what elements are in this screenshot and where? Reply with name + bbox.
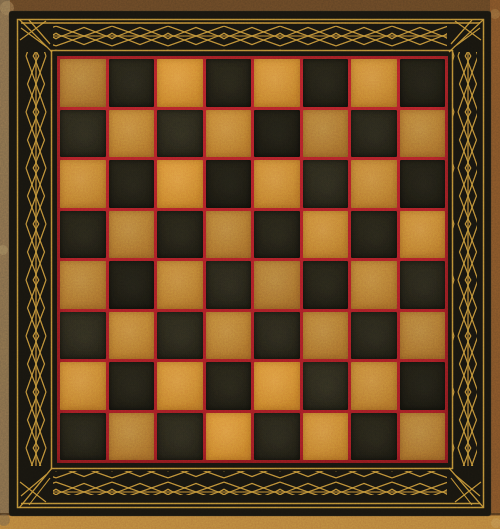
- square-h4[interactable]: [400, 261, 446, 309]
- square-f1[interactable]: [303, 413, 349, 461]
- square-a6[interactable]: [60, 160, 106, 208]
- square-e8[interactable]: [254, 59, 300, 107]
- square-h1[interactable]: [400, 413, 446, 461]
- square-b3[interactable]: [109, 312, 155, 360]
- square-c1[interactable]: [157, 413, 203, 461]
- square-h6[interactable]: [400, 160, 446, 208]
- square-f8[interactable]: [303, 59, 349, 107]
- square-h8[interactable]: [400, 59, 446, 107]
- square-d7[interactable]: [206, 110, 252, 158]
- square-d8[interactable]: [206, 59, 252, 107]
- square-f6[interactable]: [303, 160, 349, 208]
- square-c3[interactable]: [157, 312, 203, 360]
- square-a5[interactable]: [60, 211, 106, 259]
- square-b4[interactable]: [109, 261, 155, 309]
- square-b7[interactable]: [109, 110, 155, 158]
- square-b2[interactable]: [109, 362, 155, 410]
- square-g1[interactable]: [351, 413, 397, 461]
- square-g6[interactable]: [351, 160, 397, 208]
- square-d6[interactable]: [206, 160, 252, 208]
- square-c8[interactable]: [157, 59, 203, 107]
- square-a3[interactable]: [60, 312, 106, 360]
- square-g7[interactable]: [351, 110, 397, 158]
- square-e1[interactable]: [254, 413, 300, 461]
- square-d4[interactable]: [206, 261, 252, 309]
- square-f3[interactable]: [303, 312, 349, 360]
- square-e2[interactable]: [254, 362, 300, 410]
- square-g8[interactable]: [351, 59, 397, 107]
- square-f7[interactable]: [303, 110, 349, 158]
- square-h7[interactable]: [400, 110, 446, 158]
- square-d3[interactable]: [206, 312, 252, 360]
- square-e7[interactable]: [254, 110, 300, 158]
- square-h2[interactable]: [400, 362, 446, 410]
- square-g2[interactable]: [351, 362, 397, 410]
- square-e5[interactable]: [254, 211, 300, 259]
- game-board: [0, 0, 500, 529]
- square-b6[interactable]: [109, 160, 155, 208]
- square-e6[interactable]: [254, 160, 300, 208]
- square-g4[interactable]: [351, 261, 397, 309]
- square-a2[interactable]: [60, 362, 106, 410]
- square-d1[interactable]: [206, 413, 252, 461]
- square-b5[interactable]: [109, 211, 155, 259]
- square-h5[interactable]: [400, 211, 446, 259]
- square-c2[interactable]: [157, 362, 203, 410]
- square-a4[interactable]: [60, 261, 106, 309]
- square-c5[interactable]: [157, 211, 203, 259]
- square-d2[interactable]: [206, 362, 252, 410]
- square-e4[interactable]: [254, 261, 300, 309]
- square-a7[interactable]: [60, 110, 106, 158]
- square-c6[interactable]: [157, 160, 203, 208]
- square-g3[interactable]: [351, 312, 397, 360]
- square-b1[interactable]: [109, 413, 155, 461]
- square-g5[interactable]: [351, 211, 397, 259]
- square-e3[interactable]: [254, 312, 300, 360]
- square-a1[interactable]: [60, 413, 106, 461]
- square-f5[interactable]: [303, 211, 349, 259]
- square-h3[interactable]: [400, 312, 446, 360]
- square-a8[interactable]: [60, 59, 106, 107]
- square-f4[interactable]: [303, 261, 349, 309]
- square-c4[interactable]: [157, 261, 203, 309]
- square-d5[interactable]: [206, 211, 252, 259]
- square-f2[interactable]: [303, 362, 349, 410]
- square-b8[interactable]: [109, 59, 155, 107]
- square-c7[interactable]: [157, 110, 203, 158]
- playing-field: [57, 56, 448, 463]
